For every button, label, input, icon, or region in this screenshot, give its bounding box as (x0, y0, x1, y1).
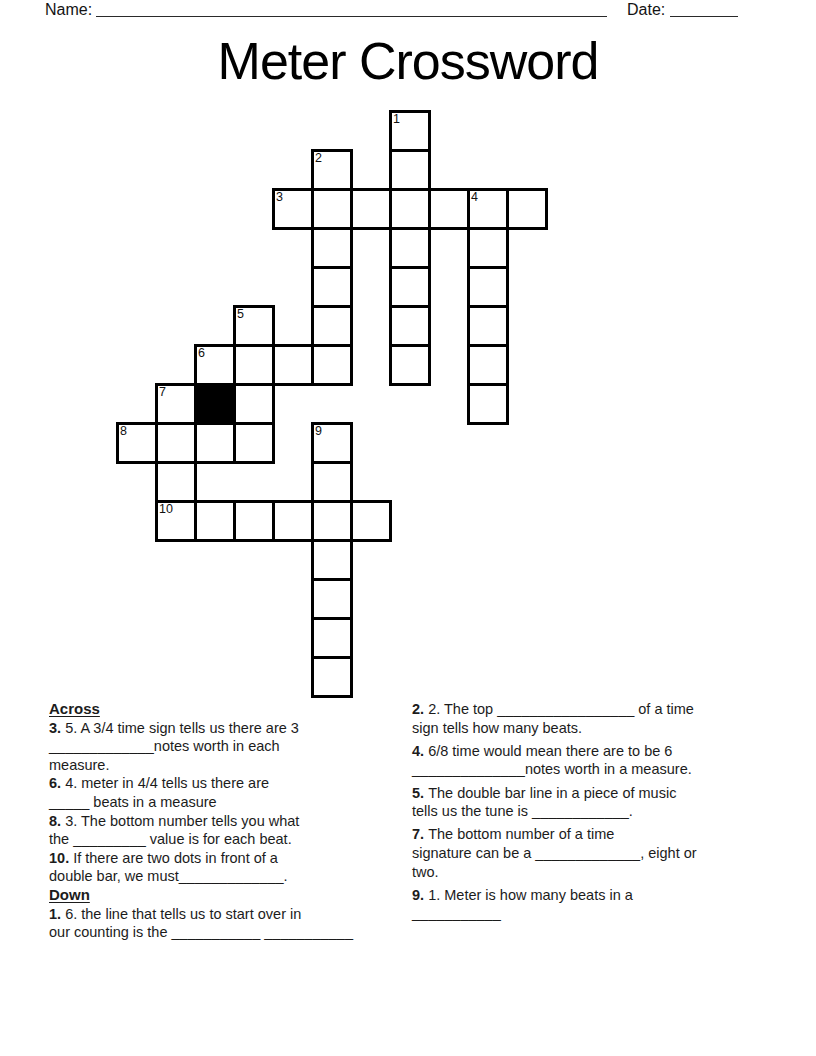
grid-cell[interactable] (311, 500, 353, 542)
grid-cell[interactable] (467, 266, 509, 308)
grid-cell[interactable] (233, 344, 275, 386)
clue-line: measure. (49, 756, 409, 775)
across-header: Across (49, 700, 409, 719)
grid-cell[interactable] (311, 617, 353, 659)
grid-cell[interactable] (428, 188, 470, 230)
clue-down-1: 1. 6. the line that tells us to start ov… (49, 905, 409, 942)
clue-line: 2. 2. The top _________________ of a tim… (412, 700, 784, 719)
clue-line: two. (412, 863, 784, 882)
grid-cell[interactable] (311, 344, 353, 386)
clue-number: 2. (412, 701, 428, 717)
clue-number: 3. (49, 720, 65, 736)
grid-cell[interactable] (389, 149, 431, 191)
clue-line: tells us the tune is ____________. (412, 802, 784, 821)
clue-line: ______________notes worth in a measure. (412, 760, 784, 779)
clue-line: the _________ value is for each beat. (49, 830, 409, 849)
clue-line: 7. The bottom number of a time (412, 825, 784, 844)
clue-line: signature can be a _____________, eight … (412, 844, 784, 863)
grid-cell-number: 6 (198, 347, 205, 360)
grid-cell-number: 1 (393, 113, 400, 126)
grid-cell[interactable] (506, 188, 548, 230)
grid-cell[interactable]: 5 (233, 305, 275, 347)
date-blank-line[interactable] (670, 16, 738, 17)
clue-line: 10. If there are two dots in front of a (49, 849, 409, 868)
grid-cell-number: 8 (120, 425, 127, 438)
clue-line: double bar, we must_____________. (49, 867, 409, 886)
clue-down-7: 7. The bottom number of a timesignature … (412, 825, 784, 881)
down-header: Down (49, 886, 409, 905)
grid-cell[interactable] (311, 266, 353, 308)
grid-cell-number: 5 (237, 308, 244, 321)
crossword-grid: 12345678910 (116, 110, 548, 698)
grid-cell[interactable] (389, 344, 431, 386)
grid-cell-number: 2 (315, 152, 322, 165)
clues-right-column: 2. 2. The top _________________ of a tim… (412, 700, 784, 928)
grid-cell[interactable] (311, 461, 353, 503)
grid-cell[interactable]: 1 (389, 110, 431, 152)
grid-cell[interactable]: 7 (155, 383, 197, 425)
grid-cell[interactable] (389, 188, 431, 230)
grid-cell[interactable]: 10 (155, 500, 197, 542)
clue-down-9: 9. 1. Meter is how many beats in a______… (412, 886, 784, 923)
grid-cell[interactable] (389, 305, 431, 347)
grid-cell[interactable] (350, 188, 392, 230)
grid-cell[interactable] (311, 539, 353, 581)
grid-cell[interactable] (467, 227, 509, 269)
clue-down-5: 5. The double bar line in a piece of mus… (412, 784, 784, 821)
grid-cell[interactable]: 3 (272, 188, 314, 230)
date-label: Date: (627, 2, 665, 18)
clue-number: 9. (412, 887, 428, 903)
grid-cell-number: 9 (315, 425, 322, 438)
grid-cell[interactable]: 6 (194, 344, 236, 386)
grid-cell-number: 4 (471, 191, 478, 204)
clue-line: _____________notes worth in each (49, 737, 409, 756)
clue-down-2: 2. 2. The top _________________ of a tim… (412, 700, 784, 737)
clue-number: 5. (412, 785, 428, 801)
clue-line: 1. 6. the line that tells us to start ov… (49, 905, 409, 924)
grid-cell[interactable] (467, 344, 509, 386)
grid-cell[interactable] (389, 266, 431, 308)
page-title: Meter Crossword (0, 33, 816, 89)
grid-cell[interactable] (155, 422, 197, 464)
grid-cell[interactable] (272, 500, 314, 542)
clue-across-10: 10. If there are two dots in front of ad… (49, 849, 409, 886)
clues-left-column: Across3. 5. A 3/4 time sign tells us the… (49, 700, 409, 942)
grid-cell[interactable] (233, 422, 275, 464)
grid-cell[interactable] (311, 305, 353, 347)
clue-line: sign tells how many beats. (412, 719, 784, 738)
clue-line: 8. 3. The bottom number tells you what (49, 812, 409, 831)
clue-line: _____ beats in a measure (49, 793, 409, 812)
clue-across-3: 3. 5. A 3/4 time sign tells us there are… (49, 719, 409, 775)
clue-number: 10. (49, 850, 73, 866)
grid-cell[interactable] (155, 461, 197, 503)
clue-line: 4. 6/8 time would mean there are to be 6 (412, 742, 784, 761)
clue-number: 4. (412, 743, 428, 759)
name-blank-line[interactable] (96, 16, 607, 17)
grid-cell[interactable] (233, 383, 275, 425)
grid-cell-number: 10 (159, 503, 173, 516)
grid-cell[interactable] (194, 500, 236, 542)
grid-cell[interactable] (272, 344, 314, 386)
clue-across-8: 8. 3. The bottom number tells you whatth… (49, 812, 409, 849)
grid-cell-number: 3 (276, 191, 283, 204)
clue-line: 3. 5. A 3/4 time sign tells us there are… (49, 719, 409, 738)
clue-line: 5. The double bar line in a piece of mus… (412, 784, 784, 803)
black-cell (194, 383, 236, 425)
clue-down-4: 4. 6/8 time would mean there are to be 6… (412, 742, 784, 779)
clue-line: our counting is the ___________ ________… (49, 923, 409, 942)
grid-cell[interactable] (311, 656, 353, 698)
grid-cell[interactable] (311, 578, 353, 620)
clue-number: 6. (49, 775, 65, 791)
grid-cell[interactable] (389, 227, 431, 269)
name-label: Name: (45, 2, 92, 18)
grid-cell[interactable] (194, 422, 236, 464)
grid-cell[interactable] (467, 305, 509, 347)
clue-number: 1. (49, 906, 65, 922)
clue-across-6: 6. 4. meter in 4/4 tells us there are___… (49, 774, 409, 811)
grid-cell-number: 7 (159, 386, 166, 399)
grid-cell[interactable] (311, 227, 353, 269)
grid-cell[interactable]: 4 (467, 188, 509, 230)
clue-line: 9. 1. Meter is how many beats in a (412, 886, 784, 905)
grid-cell[interactable]: 8 (116, 422, 158, 464)
grid-cell[interactable] (311, 188, 353, 230)
clue-line: ___________ (412, 904, 784, 923)
grid-cell[interactable] (467, 383, 509, 425)
clue-number: 8. (49, 813, 65, 829)
grid-cell[interactable]: 2 (311, 149, 353, 191)
grid-cell[interactable] (350, 500, 392, 542)
grid-cell[interactable] (233, 500, 275, 542)
worksheet-page: Name: Date: Meter Crossword 12345678910 … (0, 0, 816, 1056)
grid-cell[interactable]: 9 (311, 422, 353, 464)
clue-line: 6. 4. meter in 4/4 tells us there are (49, 774, 409, 793)
clue-number: 7. (412, 826, 428, 842)
